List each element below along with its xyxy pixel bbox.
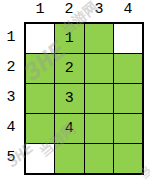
cell-r4c1[interactable] (26, 114, 54, 143)
col-label-1: 1 (25, 1, 55, 18)
cell-r2c2[interactable]: 2 (55, 54, 83, 83)
row-label-3: 3 (2, 89, 20, 107)
row-label-5: 5 (2, 149, 20, 167)
cell-r3c3[interactable] (85, 84, 113, 113)
row-label-1: 1 (2, 29, 20, 47)
cell-number: 3 (65, 91, 74, 106)
cell-r5c4[interactable] (114, 144, 142, 173)
cell-number: 4 (65, 121, 74, 136)
cell-r3c1[interactable] (26, 84, 54, 113)
puzzle-diagram: 3HE当游网3HE当游网当 1234 123412345 (0, 0, 150, 180)
cell-number: 2 (65, 61, 74, 76)
cell-r2c3[interactable] (85, 54, 113, 83)
cell-r5c3[interactable] (85, 144, 113, 173)
cell-r1c2[interactable]: 1 (55, 24, 83, 53)
col-label-2: 2 (54, 1, 84, 18)
puzzle-board: 1234 (24, 22, 144, 175)
cell-r3c4[interactable] (114, 84, 142, 113)
col-label-4: 4 (113, 1, 143, 18)
cell-r4c2[interactable]: 4 (55, 114, 83, 143)
col-label-3: 3 (84, 1, 114, 18)
cell-number: 1 (65, 31, 74, 46)
cell-r5c2[interactable] (55, 144, 83, 173)
row-label-2: 2 (2, 59, 20, 77)
cell-r1c1[interactable] (26, 24, 54, 53)
cell-r3c2[interactable]: 3 (55, 84, 83, 113)
cell-r1c4[interactable] (114, 24, 142, 53)
cell-r4c4[interactable] (114, 114, 142, 143)
cell-r2c4[interactable] (114, 54, 142, 83)
cell-r1c3[interactable] (85, 24, 113, 53)
cell-r4c3[interactable] (85, 114, 113, 143)
cell-r5c1[interactable] (26, 144, 54, 173)
row-label-4: 4 (2, 119, 20, 137)
cell-r2c1[interactable] (26, 54, 54, 83)
